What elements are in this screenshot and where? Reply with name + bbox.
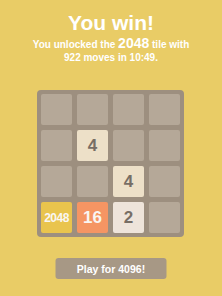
tile-4: 4: [113, 166, 144, 197]
tile-4: 4: [77, 130, 108, 161]
win-subtitle-suffix: tile with: [149, 39, 189, 50]
win-subtitle-line1: You unlocked the 2048 tile with: [0, 37, 222, 51]
tile-2048: 2048: [41, 202, 72, 233]
tile-16: 16: [77, 202, 108, 233]
empty-cell: [149, 166, 180, 197]
win-subtitle: You unlocked the 2048 tile with 922 move…: [0, 37, 222, 64]
win-subtitle-tile-number: 2048: [118, 35, 149, 51]
tile-2: 2: [113, 202, 144, 233]
win-subtitle-prefix: You unlocked the: [33, 39, 118, 50]
empty-cell: [149, 130, 180, 161]
play-for-4096-button[interactable]: Play for 4096!: [56, 258, 167, 279]
empty-cell: [113, 94, 144, 125]
empty-cell: [41, 94, 72, 125]
win-title: You win!: [0, 11, 222, 35]
win-subtitle-line2: 922 moves in 10:49.: [0, 51, 222, 64]
empty-cell: [149, 94, 180, 125]
empty-cell: [41, 166, 72, 197]
empty-cell: [41, 130, 72, 161]
empty-cell: [77, 94, 108, 125]
board: 442048162: [37, 90, 184, 237]
empty-cell: [113, 130, 144, 161]
empty-cell: [77, 166, 108, 197]
empty-cell: [149, 202, 180, 233]
